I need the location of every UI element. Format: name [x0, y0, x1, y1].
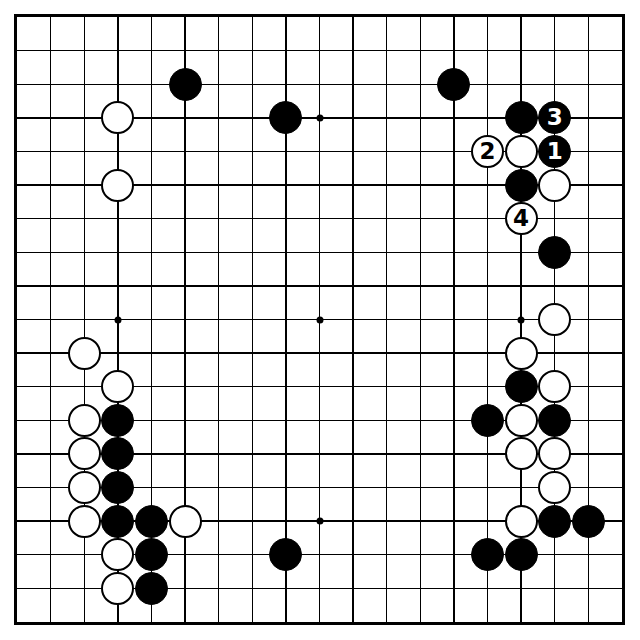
stone-black[interactable] [538, 404, 571, 437]
stone-white[interactable] [538, 303, 571, 336]
stone-white[interactable] [538, 169, 571, 202]
stone-black[interactable] [101, 471, 134, 504]
stone-white[interactable] [101, 572, 134, 605]
stone-black[interactable] [101, 505, 134, 538]
stone-black[interactable] [437, 68, 470, 101]
stone-white[interactable] [538, 370, 571, 403]
go-board[interactable]: 3214 [0, 0, 639, 639]
stone-black[interactable] [101, 404, 134, 437]
stone-black[interactable] [572, 505, 605, 538]
stone-black[interactable] [269, 101, 302, 134]
stone-black[interactable] [505, 101, 538, 134]
stone-white[interactable] [505, 337, 538, 370]
stone-black[interactable] [135, 538, 168, 571]
stone-white[interactable] [505, 437, 538, 470]
stone-white[interactable] [505, 404, 538, 437]
stone-white[interactable] [68, 437, 101, 470]
stone-black[interactable] [538, 236, 571, 269]
stone-white-move-2[interactable]: 2 [471, 135, 504, 168]
stone-black[interactable] [538, 505, 571, 538]
stone-white[interactable] [101, 101, 134, 134]
stone-white[interactable] [538, 437, 571, 470]
go-diagram: 3214 [0, 0, 640, 640]
stone-white[interactable] [68, 471, 101, 504]
stone-white[interactable] [68, 505, 101, 538]
stone-white[interactable] [505, 505, 538, 538]
stone-black[interactable] [135, 505, 168, 538]
stone-black[interactable] [471, 538, 504, 571]
stone-white[interactable] [101, 370, 134, 403]
stone-black[interactable] [505, 370, 538, 403]
stone-black[interactable] [101, 437, 134, 470]
stone-white[interactable] [538, 471, 571, 504]
stone-black-move-1[interactable]: 1 [538, 135, 571, 168]
stone-white-move-4[interactable]: 4 [505, 202, 538, 235]
stone-white[interactable] [505, 135, 538, 168]
stone-white[interactable] [101, 538, 134, 571]
stone-black[interactable] [505, 538, 538, 571]
stone-black[interactable] [269, 538, 302, 571]
stone-black[interactable] [505, 169, 538, 202]
stone-white[interactable] [68, 404, 101, 437]
stone-black[interactable] [135, 572, 168, 605]
stone-black[interactable] [169, 68, 202, 101]
stone-black[interactable] [471, 404, 504, 437]
stone-white[interactable] [68, 337, 101, 370]
stone-white[interactable] [169, 505, 202, 538]
stone-white[interactable] [101, 169, 134, 202]
stone-black-move-3[interactable]: 3 [538, 101, 571, 134]
